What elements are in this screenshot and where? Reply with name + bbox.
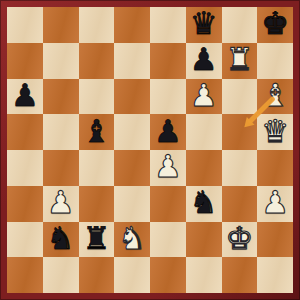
square-b2[interactable]: ♞	[43, 222, 79, 258]
square-a2[interactable]	[7, 222, 43, 258]
square-b1[interactable]	[43, 257, 79, 293]
piece-black-knight[interactable]: ♞	[47, 223, 75, 254]
square-g6[interactable]	[222, 79, 258, 115]
square-e5[interactable]: ♟	[150, 114, 186, 150]
piece-white-pawn[interactable]: ♟	[190, 80, 218, 111]
square-b4[interactable]	[43, 150, 79, 186]
square-g5[interactable]	[222, 114, 258, 150]
square-c3[interactable]	[79, 186, 115, 222]
square-f1[interactable]	[186, 257, 222, 293]
square-h8[interactable]: ♚	[257, 7, 293, 43]
square-h3[interactable]: ♟	[257, 186, 293, 222]
square-c4[interactable]	[79, 150, 115, 186]
square-a3[interactable]	[7, 186, 43, 222]
square-d1[interactable]	[114, 257, 150, 293]
square-g3[interactable]	[222, 186, 258, 222]
square-b7[interactable]	[43, 43, 79, 79]
square-d4[interactable]	[114, 150, 150, 186]
piece-white-king[interactable]: ♚	[225, 223, 253, 254]
square-b5[interactable]	[43, 114, 79, 150]
square-d5[interactable]	[114, 114, 150, 150]
square-b3[interactable]: ♟	[43, 186, 79, 222]
square-b6[interactable]	[43, 79, 79, 115]
square-g7[interactable]: ♜	[222, 43, 258, 79]
square-c2[interactable]: ♜	[79, 222, 115, 258]
square-c7[interactable]	[79, 43, 115, 79]
square-d8[interactable]	[114, 7, 150, 43]
square-c8[interactable]	[79, 7, 115, 43]
square-f6[interactable]: ♟	[186, 79, 222, 115]
square-e6[interactable]	[150, 79, 186, 115]
square-e2[interactable]	[150, 222, 186, 258]
square-b8[interactable]	[43, 7, 79, 43]
chess-board[interactable]: ♛♚♟♜♟♟♝♝♟♛♟♟♞♟♞♜♞♚	[7, 7, 293, 293]
square-f8[interactable]: ♛	[186, 7, 222, 43]
square-a7[interactable]	[7, 43, 43, 79]
piece-white-pawn[interactable]: ♟	[47, 187, 75, 218]
square-g1[interactable]	[222, 257, 258, 293]
piece-black-pawn[interactable]: ♟	[154, 116, 182, 147]
piece-black-queen[interactable]: ♛	[190, 8, 218, 39]
square-d3[interactable]	[114, 186, 150, 222]
piece-white-queen[interactable]: ♛	[261, 116, 289, 147]
square-e7[interactable]	[150, 43, 186, 79]
square-h5[interactable]: ♛	[257, 114, 293, 150]
piece-white-bishop[interactable]: ♝	[261, 80, 289, 111]
piece-black-pawn[interactable]: ♟	[190, 44, 218, 75]
square-g4[interactable]	[222, 150, 258, 186]
square-f4[interactable]	[186, 150, 222, 186]
square-e1[interactable]	[150, 257, 186, 293]
square-d6[interactable]	[114, 79, 150, 115]
piece-black-king[interactable]: ♚	[261, 8, 289, 39]
piece-black-rook[interactable]: ♜	[82, 223, 110, 254]
square-g8[interactable]	[222, 7, 258, 43]
square-h7[interactable]	[257, 43, 293, 79]
square-a5[interactable]	[7, 114, 43, 150]
square-a1[interactable]	[7, 257, 43, 293]
square-h2[interactable]	[257, 222, 293, 258]
chess-board-frame: ♛♚♟♜♟♟♝♝♟♛♟♟♞♟♞♜♞♚	[0, 0, 300, 300]
piece-black-pawn[interactable]: ♟	[11, 80, 39, 111]
square-h1[interactable]	[257, 257, 293, 293]
square-f3[interactable]: ♞	[186, 186, 222, 222]
piece-white-knight[interactable]: ♞	[118, 223, 146, 254]
square-a6[interactable]: ♟	[7, 79, 43, 115]
square-c6[interactable]	[79, 79, 115, 115]
square-f2[interactable]	[186, 222, 222, 258]
square-f7[interactable]: ♟	[186, 43, 222, 79]
piece-black-knight[interactable]: ♞	[190, 187, 218, 218]
square-d2[interactable]: ♞	[114, 222, 150, 258]
square-e3[interactable]	[150, 186, 186, 222]
square-h6[interactable]: ♝	[257, 79, 293, 115]
square-h4[interactable]	[257, 150, 293, 186]
square-g2[interactable]: ♚	[222, 222, 258, 258]
square-d7[interactable]	[114, 43, 150, 79]
square-f5[interactable]	[186, 114, 222, 150]
square-e8[interactable]	[150, 7, 186, 43]
piece-black-bishop[interactable]: ♝	[82, 116, 110, 147]
square-a4[interactable]	[7, 150, 43, 186]
piece-white-rook[interactable]: ♜	[225, 44, 253, 75]
piece-white-pawn[interactable]: ♟	[154, 151, 182, 182]
square-c1[interactable]	[79, 257, 115, 293]
piece-white-pawn[interactable]: ♟	[261, 187, 289, 218]
square-e4[interactable]: ♟	[150, 150, 186, 186]
square-a8[interactable]	[7, 7, 43, 43]
square-c5[interactable]: ♝	[79, 114, 115, 150]
